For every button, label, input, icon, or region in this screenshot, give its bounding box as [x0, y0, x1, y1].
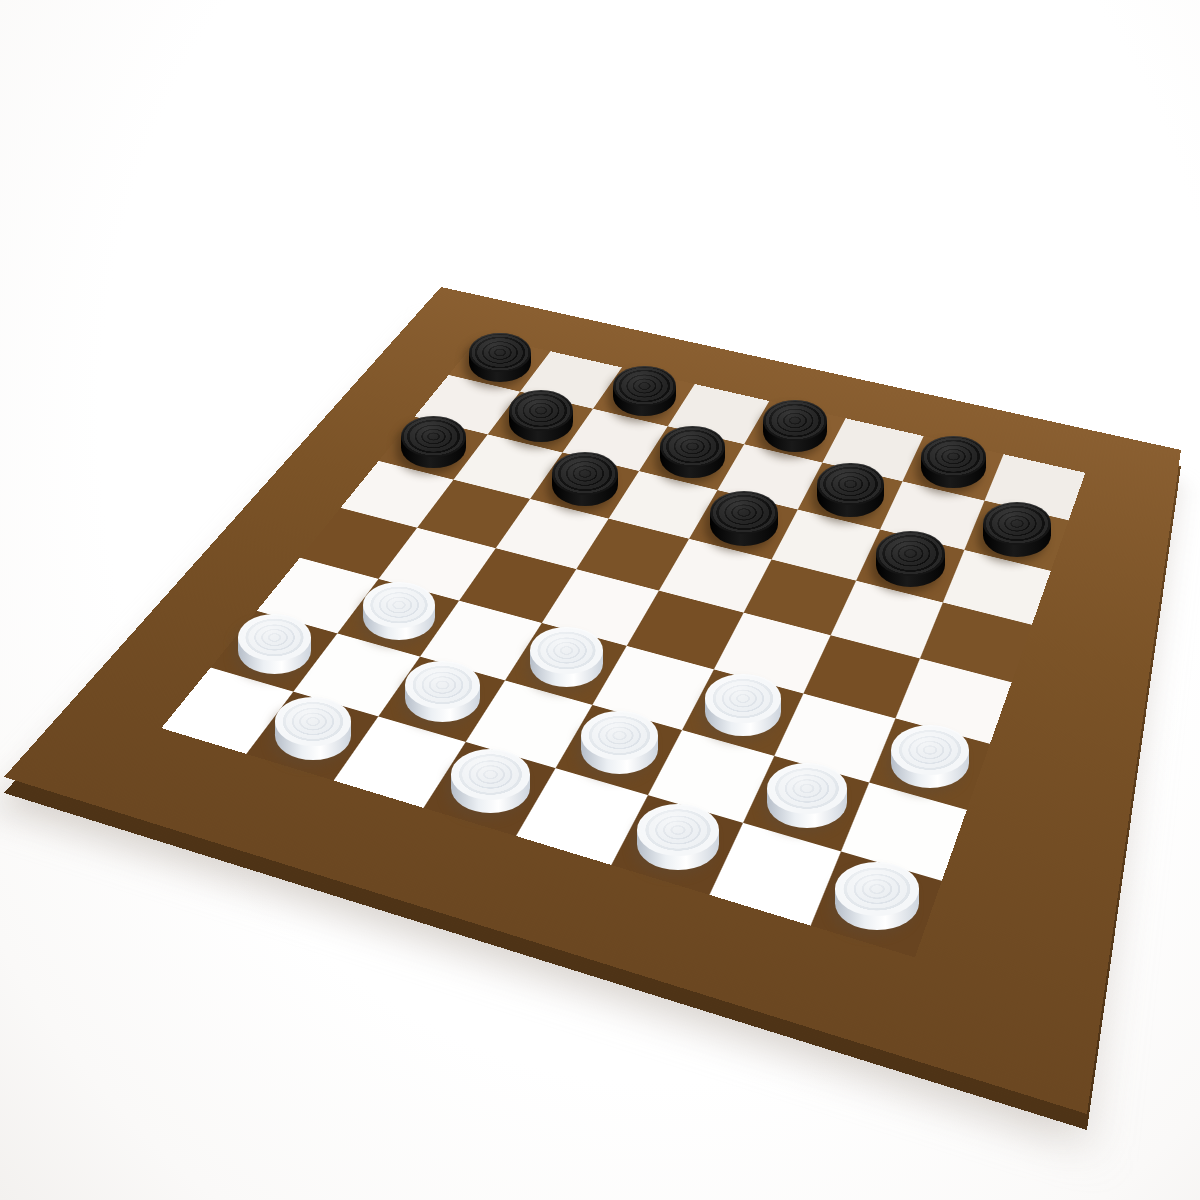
checker-white[interactable] [835, 862, 919, 930]
checker-top-face [469, 333, 530, 372]
checker-black[interactable] [876, 531, 946, 587]
pieces-layer [0, 0, 1200, 1200]
checker-top-face [363, 582, 435, 628]
checker-top-face [763, 400, 827, 441]
checker-top-face [835, 862, 919, 916]
checker-white[interactable] [238, 614, 311, 673]
checker-top-face [891, 725, 969, 775]
checker-top-face [817, 463, 884, 506]
checker-top-face [613, 366, 676, 406]
checker-black[interactable] [509, 390, 573, 442]
checker-black[interactable] [710, 491, 778, 546]
checker-black[interactable] [921, 436, 987, 489]
checker-black[interactable] [401, 416, 466, 468]
checker-top-face [530, 627, 604, 674]
checker-top-face [921, 436, 987, 478]
checker-white[interactable] [405, 661, 480, 722]
checker-black[interactable] [469, 333, 530, 383]
checker-top-face [660, 426, 725, 468]
checker-black[interactable] [613, 366, 676, 417]
checker-top-face [710, 491, 778, 535]
checker-white[interactable] [637, 804, 719, 870]
checker-black[interactable] [660, 426, 725, 479]
checker-top-face [509, 390, 573, 431]
checker-white[interactable] [275, 697, 352, 759]
checker-white[interactable] [705, 674, 781, 736]
checker-top-face [705, 674, 781, 723]
checker-white[interactable] [530, 627, 604, 687]
checker-top-face [637, 804, 719, 856]
checker-black[interactable] [817, 463, 884, 517]
scene [0, 0, 1200, 1200]
checker-white[interactable] [363, 582, 435, 640]
checker-white[interactable] [891, 725, 969, 788]
checker-top-face [983, 502, 1051, 546]
checker-top-face [767, 763, 847, 814]
checker-top-face [401, 416, 466, 457]
checker-white[interactable] [451, 749, 530, 813]
checker-white[interactable] [581, 711, 659, 774]
checker-black[interactable] [983, 502, 1051, 557]
checker-white[interactable] [767, 763, 847, 828]
checker-black[interactable] [552, 452, 618, 506]
checker-top-face [451, 749, 530, 800]
checker-black[interactable] [763, 400, 827, 452]
checker-top-face [552, 452, 618, 494]
checker-top-face [876, 531, 946, 576]
